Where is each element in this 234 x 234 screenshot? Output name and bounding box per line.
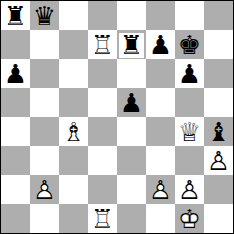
square-b5[interactable] xyxy=(30,88,59,117)
square-a8[interactable]: ♜ xyxy=(1,1,30,30)
square-e8[interactable] xyxy=(117,1,146,30)
square-a3[interactable] xyxy=(1,146,30,175)
black-pawn: ♟ xyxy=(175,59,204,88)
square-f8[interactable] xyxy=(146,1,175,30)
square-b7[interactable] xyxy=(30,30,59,59)
square-d8[interactable] xyxy=(88,1,117,30)
square-h6[interactable] xyxy=(204,59,233,88)
square-f5[interactable] xyxy=(146,88,175,117)
square-g2[interactable]: ♟♙ xyxy=(175,175,204,204)
square-c6[interactable] xyxy=(59,59,88,88)
white-queen: ♕ xyxy=(175,117,204,146)
white-pawn: ♙ xyxy=(30,175,59,204)
square-d3[interactable] xyxy=(88,146,117,175)
square-e3[interactable] xyxy=(117,146,146,175)
square-b3[interactable] xyxy=(30,146,59,175)
black-pawn: ♟ xyxy=(117,88,146,117)
square-h8[interactable] xyxy=(204,1,233,30)
square-g3[interactable] xyxy=(175,146,204,175)
white-pawn: ♙ xyxy=(175,175,204,204)
square-e1[interactable] xyxy=(117,204,146,233)
square-g4[interactable]: ♛♕ xyxy=(175,117,204,146)
square-g5[interactable] xyxy=(175,88,204,117)
square-d4[interactable] xyxy=(88,117,117,146)
square-e4[interactable] xyxy=(117,117,146,146)
square-g6[interactable]: ♟ xyxy=(175,59,204,88)
chess-board: ♜♛♜♖♜♟♚♟♟♟♝♗♛♕♝♟♙♟♙♟♙♟♙♜♖♚♔ xyxy=(0,0,234,234)
black-bishop: ♝ xyxy=(204,117,233,146)
square-b4[interactable] xyxy=(30,117,59,146)
square-c8[interactable] xyxy=(59,1,88,30)
white-rook: ♖ xyxy=(88,204,117,233)
square-g1[interactable]: ♚♔ xyxy=(175,204,204,233)
square-d1[interactable]: ♜♖ xyxy=(88,204,117,233)
square-b8[interactable]: ♛ xyxy=(30,1,59,30)
square-f1[interactable] xyxy=(146,204,175,233)
square-e7[interactable]: ♜ xyxy=(117,30,146,59)
square-f4[interactable] xyxy=(146,117,175,146)
square-g8[interactable] xyxy=(175,1,204,30)
black-pawn: ♟ xyxy=(1,59,30,88)
square-a5[interactable] xyxy=(1,88,30,117)
square-a7[interactable] xyxy=(1,30,30,59)
square-h4[interactable]: ♝ xyxy=(204,117,233,146)
white-rook: ♖ xyxy=(88,30,117,59)
square-e2[interactable] xyxy=(117,175,146,204)
square-h5[interactable] xyxy=(204,88,233,117)
square-e5[interactable]: ♟ xyxy=(117,88,146,117)
square-b2[interactable]: ♟♙ xyxy=(30,175,59,204)
square-f2[interactable]: ♟♙ xyxy=(146,175,175,204)
square-a1[interactable] xyxy=(1,204,30,233)
square-f6[interactable] xyxy=(146,59,175,88)
square-h2[interactable] xyxy=(204,175,233,204)
square-a4[interactable] xyxy=(1,117,30,146)
square-c1[interactable] xyxy=(59,204,88,233)
square-c5[interactable] xyxy=(59,88,88,117)
white-bishop: ♗ xyxy=(59,117,88,146)
white-king: ♔ xyxy=(175,204,204,233)
black-queen: ♛ xyxy=(30,1,59,30)
square-f7[interactable]: ♟ xyxy=(146,30,175,59)
black-rook: ♜ xyxy=(1,1,30,30)
square-d5[interactable] xyxy=(88,88,117,117)
square-a2[interactable] xyxy=(1,175,30,204)
black-king: ♚ xyxy=(175,30,204,59)
square-g7[interactable]: ♚ xyxy=(175,30,204,59)
square-b1[interactable] xyxy=(30,204,59,233)
white-pawn: ♙ xyxy=(146,175,175,204)
white-pawn: ♙ xyxy=(204,146,233,175)
square-f3[interactable] xyxy=(146,146,175,175)
square-d2[interactable] xyxy=(88,175,117,204)
square-c7[interactable] xyxy=(59,30,88,59)
black-rook: ♜ xyxy=(117,30,146,59)
chess-diagram: ♜♛♜♖♜♟♚♟♟♟♝♗♛♕♝♟♙♟♙♟♙♟♙♜♖♚♔ xyxy=(0,0,234,234)
square-c2[interactable] xyxy=(59,175,88,204)
black-pawn: ♟ xyxy=(146,30,175,59)
square-c4[interactable]: ♝♗ xyxy=(59,117,88,146)
square-h3[interactable]: ♟♙ xyxy=(204,146,233,175)
square-c3[interactable] xyxy=(59,146,88,175)
square-e6[interactable] xyxy=(117,59,146,88)
square-d7[interactable]: ♜♖ xyxy=(88,30,117,59)
square-a6[interactable]: ♟ xyxy=(1,59,30,88)
square-d6[interactable] xyxy=(88,59,117,88)
square-b6[interactable] xyxy=(30,59,59,88)
square-h7[interactable] xyxy=(204,30,233,59)
square-h1[interactable] xyxy=(204,204,233,233)
